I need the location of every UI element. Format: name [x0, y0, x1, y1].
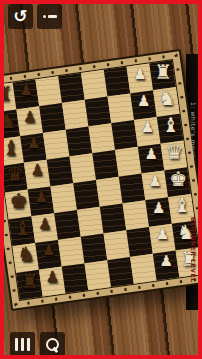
magnifier-icon [45, 337, 60, 352]
piece-white-pawn[interactable]: ♟ [148, 174, 161, 189]
piece-black-pawn[interactable]: ♟ [23, 110, 36, 125]
hide-interface-button[interactable] [37, 4, 62, 29]
piece-black-pawn[interactable]: ♟ [27, 136, 40, 151]
piece-white-pawn[interactable]: ♟ [159, 254, 172, 269]
piece-white-queen[interactable]: ♛ [165, 141, 183, 161]
three-bars-icon [15, 338, 30, 351]
piece-black-bishop[interactable]: ♝ [13, 217, 31, 237]
piece-black-pawn[interactable]: ♟ [38, 217, 51, 232]
piece-black-pawn[interactable]: ♟ [42, 243, 55, 258]
turn-indicator: 1: white's move [190, 102, 197, 159]
piece-black-bishop[interactable]: ♝ [2, 137, 20, 157]
board-frame: ♜♟♟♜♞♟♟♞♝♟♟♝♛♟♟♛♚♟♟♚♝♟♟♝♞♟♟♞♜♟♟♜ [0, 49, 202, 311]
piece-black-rook[interactable]: ♜ [0, 84, 12, 104]
move-list-button[interactable] [10, 332, 35, 357]
zoom-button[interactable] [40, 332, 65, 357]
dash-icon [43, 15, 57, 18]
chess-board: ♜♟♟♜♞♟♟♞♝♟♟♝♛♟♟♛♚♟♟♚♝♟♟♝♞♟♟♞♜♟♟♜ [0, 59, 202, 301]
piece-white-bishop[interactable]: ♝ [172, 195, 190, 215]
piece-white-pawn[interactable]: ♟ [141, 120, 154, 135]
piece-black-queen[interactable]: ♛ [5, 164, 23, 184]
piece-white-pawn[interactable]: ♟ [144, 147, 157, 162]
square-h1[interactable]: ♜ [176, 247, 202, 277]
piece-black-pawn[interactable]: ♟ [19, 83, 32, 98]
piece-black-king[interactable]: ♚ [9, 191, 27, 211]
square-h8[interactable]: ♜ [16, 270, 43, 300]
piece-black-pawn[interactable]: ♟ [34, 190, 47, 205]
piece-white-pawn[interactable]: ♟ [137, 94, 150, 109]
piece-white-rook[interactable]: ♜ [154, 61, 172, 81]
piece-white-king[interactable]: ♚ [169, 168, 187, 188]
undo-arrow-icon: ↺ [13, 6, 27, 26]
piece-white-knight[interactable]: ♞ [157, 88, 175, 108]
piece-black-pawn[interactable]: ♟ [30, 163, 43, 178]
piece-black-knight[interactable]: ♞ [0, 110, 16, 130]
undo-button[interactable]: ↺ [8, 4, 33, 29]
piece-black-rook[interactable]: ♜ [20, 271, 38, 291]
piece-white-bishop[interactable]: ♝ [161, 115, 179, 135]
piece-black-pawn[interactable]: ♟ [45, 270, 58, 285]
piece-white-pawn[interactable]: ♟ [152, 201, 165, 216]
difficulty-level-label: BEGINNER LEVEL [190, 217, 197, 283]
piece-white-pawn[interactable]: ♟ [133, 67, 146, 82]
piece-white-pawn[interactable]: ♟ [156, 227, 169, 242]
piece-black-knight[interactable]: ♞ [17, 244, 35, 264]
app-screen: ♜♟♟♜♞♟♟♞♝♟♟♝♛♟♟♛♚♟♟♚♝♟♟♝♞♟♟♞♜♟♟♜ ↺ 1: wh… [0, 0, 202, 359]
